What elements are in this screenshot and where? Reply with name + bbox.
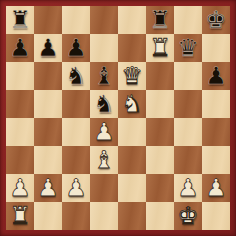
- square-g5[interactable]: [174, 90, 202, 118]
- piece-black-pawn[interactable]: ♟: [37, 34, 59, 62]
- square-b7[interactable]: ♟: [34, 34, 62, 62]
- square-g4[interactable]: [174, 118, 202, 146]
- square-g6[interactable]: [174, 62, 202, 90]
- square-c6[interactable]: ♞: [62, 62, 90, 90]
- square-e1[interactable]: [118, 202, 146, 230]
- square-g3[interactable]: [174, 146, 202, 174]
- square-d4[interactable]: ♟: [90, 118, 118, 146]
- square-c8[interactable]: [62, 6, 90, 34]
- square-b8[interactable]: [34, 6, 62, 34]
- square-b4[interactable]: [34, 118, 62, 146]
- piece-black-rook[interactable]: ♜: [9, 6, 31, 34]
- square-f7[interactable]: ♜: [146, 34, 174, 62]
- piece-black-king[interactable]: ♚: [205, 6, 227, 34]
- piece-white-pawn[interactable]: ♟: [9, 174, 31, 202]
- square-e4[interactable]: [118, 118, 146, 146]
- piece-black-pawn[interactable]: ♟: [205, 62, 227, 90]
- square-e6[interactable]: ♛: [118, 62, 146, 90]
- square-h1[interactable]: [202, 202, 230, 230]
- square-a1[interactable]: ♜: [6, 202, 34, 230]
- square-a6[interactable]: [6, 62, 34, 90]
- square-d2[interactable]: [90, 174, 118, 202]
- piece-white-pawn[interactable]: ♟: [65, 174, 87, 202]
- piece-white-pawn[interactable]: ♟: [37, 174, 59, 202]
- piece-white-rook[interactable]: ♜: [9, 202, 31, 230]
- square-c7[interactable]: ♟: [62, 34, 90, 62]
- square-d7[interactable]: [90, 34, 118, 62]
- square-f5[interactable]: [146, 90, 174, 118]
- square-d5[interactable]: ♞: [90, 90, 118, 118]
- square-b3[interactable]: [34, 146, 62, 174]
- piece-black-knight[interactable]: ♞: [93, 90, 115, 118]
- square-g8[interactable]: [174, 6, 202, 34]
- square-g7[interactable]: ♛: [174, 34, 202, 62]
- square-a4[interactable]: [6, 118, 34, 146]
- square-g2[interactable]: ♟: [174, 174, 202, 202]
- square-e8[interactable]: [118, 6, 146, 34]
- piece-black-queen[interactable]: ♛: [177, 34, 199, 62]
- piece-white-queen[interactable]: ♛: [121, 62, 143, 90]
- piece-white-bishop[interactable]: ♝: [93, 146, 115, 174]
- square-c4[interactable]: [62, 118, 90, 146]
- square-f4[interactable]: [146, 118, 174, 146]
- square-f2[interactable]: [146, 174, 174, 202]
- piece-white-rook[interactable]: ♜: [149, 34, 171, 62]
- square-e5[interactable]: ♞: [118, 90, 146, 118]
- piece-black-pawn[interactable]: ♟: [9, 34, 31, 62]
- piece-black-pawn[interactable]: ♟: [65, 34, 87, 62]
- piece-black-rook[interactable]: ♜: [149, 6, 171, 34]
- square-b6[interactable]: [34, 62, 62, 90]
- square-h5[interactable]: [202, 90, 230, 118]
- square-e2[interactable]: [118, 174, 146, 202]
- square-h3[interactable]: [202, 146, 230, 174]
- square-a2[interactable]: ♟: [6, 174, 34, 202]
- square-a7[interactable]: ♟: [6, 34, 34, 62]
- square-d1[interactable]: [90, 202, 118, 230]
- square-a5[interactable]: [6, 90, 34, 118]
- square-d3[interactable]: ♝: [90, 146, 118, 174]
- square-a3[interactable]: [6, 146, 34, 174]
- square-c3[interactable]: [62, 146, 90, 174]
- square-b2[interactable]: ♟: [34, 174, 62, 202]
- square-c2[interactable]: ♟: [62, 174, 90, 202]
- square-b1[interactable]: [34, 202, 62, 230]
- piece-white-pawn[interactable]: ♟: [177, 174, 199, 202]
- piece-black-bishop[interactable]: ♝: [93, 62, 115, 90]
- square-c5[interactable]: [62, 90, 90, 118]
- piece-black-knight[interactable]: ♞: [65, 62, 87, 90]
- square-f8[interactable]: ♜: [146, 6, 174, 34]
- square-h6[interactable]: ♟: [202, 62, 230, 90]
- board-frame: ♜♜♚♟♟♟♜♛♞♝♛♟♞♞♟♝♟♟♟♟♟♜♚: [0, 0, 236, 236]
- square-h4[interactable]: [202, 118, 230, 146]
- square-e3[interactable]: [118, 146, 146, 174]
- square-g1[interactable]: ♚: [174, 202, 202, 230]
- square-h7[interactable]: [202, 34, 230, 62]
- chess-board: ♜♜♚♟♟♟♜♛♞♝♛♟♞♞♟♝♟♟♟♟♟♜♚: [6, 6, 230, 230]
- square-d6[interactable]: ♝: [90, 62, 118, 90]
- square-d8[interactable]: [90, 6, 118, 34]
- square-h8[interactable]: ♚: [202, 6, 230, 34]
- piece-white-knight[interactable]: ♞: [121, 90, 143, 118]
- piece-white-pawn[interactable]: ♟: [205, 174, 227, 202]
- square-c1[interactable]: [62, 202, 90, 230]
- square-f6[interactable]: [146, 62, 174, 90]
- square-h2[interactable]: ♟: [202, 174, 230, 202]
- square-f1[interactable]: [146, 202, 174, 230]
- square-b5[interactable]: [34, 90, 62, 118]
- square-a8[interactable]: ♜: [6, 6, 34, 34]
- square-e7[interactable]: [118, 34, 146, 62]
- piece-white-king[interactable]: ♚: [177, 202, 199, 230]
- square-f3[interactable]: [146, 146, 174, 174]
- piece-white-pawn[interactable]: ♟: [93, 118, 115, 146]
